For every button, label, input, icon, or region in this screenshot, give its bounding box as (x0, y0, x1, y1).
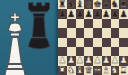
square-g4[interactable] (111, 38, 120, 47)
black-king[interactable]: ♚ (93, 0, 101, 9)
white-pawn[interactable]: ♟ (111, 56, 119, 65)
white-pawn[interactable]: ♟ (102, 56, 110, 65)
white-pawn[interactable]: ♟ (76, 56, 84, 65)
white-pawn[interactable]: ♟ (120, 56, 128, 65)
left-panel (0, 0, 58, 75)
square-f5[interactable] (102, 28, 111, 37)
square-f6[interactable] (102, 19, 111, 28)
square-d8[interactable]: ♛ (84, 0, 93, 9)
square-e6[interactable] (93, 19, 102, 28)
square-g1[interactable]: ♞ (111, 66, 120, 75)
square-e2[interactable]: ♟ (93, 56, 102, 65)
square-e1[interactable]: ♚ (93, 66, 102, 75)
square-f2[interactable]: ♟ (102, 56, 111, 65)
square-d2[interactable]: ♟ (84, 56, 93, 65)
black-rook[interactable]: ♜ (120, 0, 128, 9)
square-a6[interactable] (58, 19, 67, 28)
black-pawn[interactable]: ♟ (67, 10, 75, 19)
square-g5[interactable] (111, 28, 120, 37)
square-e7[interactable]: ♟ (93, 9, 102, 18)
square-a7[interactable]: ♟ (58, 9, 67, 18)
square-h2[interactable]: ♟ (119, 56, 128, 65)
square-a2[interactable]: ♟ (58, 56, 67, 65)
white-pawn[interactable]: ♟ (67, 56, 75, 65)
square-f3[interactable] (102, 47, 111, 56)
square-c6[interactable] (76, 19, 85, 28)
square-b2[interactable]: ♟ (67, 56, 76, 65)
square-e8[interactable]: ♚ (93, 0, 102, 9)
chess-board: ♜♞♝♛♚♝♞♜♟♟♟♟♟♟♟♟♟♟♟♟♟♟♟♟♜♞♝♛♚♝♞♜ (58, 0, 128, 75)
square-b4[interactable] (67, 38, 76, 47)
black-pawn[interactable]: ♟ (120, 10, 128, 19)
square-b7[interactable]: ♟ (67, 9, 76, 18)
square-c8[interactable]: ♝ (76, 0, 85, 9)
square-f7[interactable]: ♟ (102, 9, 111, 18)
black-pawn[interactable]: ♟ (85, 10, 93, 19)
square-a4[interactable] (58, 38, 67, 47)
square-d4[interactable] (84, 38, 93, 47)
square-e5[interactable] (93, 28, 102, 37)
square-a3[interactable] (58, 47, 67, 56)
black-knight[interactable]: ♞ (67, 0, 75, 9)
square-d7[interactable]: ♟ (84, 9, 93, 18)
chess-app-thumbnail: ♜♞♝♛♚♝♞♜♟♟♟♟♟♟♟♟♟♟♟♟♟♟♟♟♜♞♝♛♚♝♞♜ (0, 0, 128, 75)
square-b3[interactable] (67, 47, 76, 56)
square-g2[interactable]: ♟ (111, 56, 120, 65)
square-d5[interactable] (84, 28, 93, 37)
square-a8[interactable]: ♜ (58, 0, 67, 9)
square-a1[interactable]: ♜ (58, 66, 67, 75)
square-h7[interactable]: ♟ (119, 9, 128, 18)
square-d6[interactable] (84, 19, 93, 28)
square-c4[interactable] (76, 38, 85, 47)
black-queen[interactable]: ♛ (85, 0, 93, 9)
square-b1[interactable]: ♞ (67, 66, 76, 75)
square-c7[interactable]: ♟ (76, 9, 85, 18)
black-pawn[interactable]: ♟ (111, 10, 119, 19)
square-c3[interactable] (76, 47, 85, 56)
square-b5[interactable] (67, 28, 76, 37)
white-knight[interactable]: ♞ (111, 66, 119, 75)
black-bishop[interactable]: ♝ (76, 0, 84, 9)
white-rook[interactable]: ♜ (58, 66, 66, 75)
white-pawn[interactable]: ♟ (58, 56, 66, 65)
square-c5[interactable] (76, 28, 85, 37)
square-h8[interactable]: ♜ (119, 0, 128, 9)
square-e4[interactable] (93, 38, 102, 47)
white-knight[interactable]: ♞ (67, 66, 75, 75)
square-h6[interactable] (119, 19, 128, 28)
square-d3[interactable] (84, 47, 93, 56)
square-b6[interactable] (67, 19, 76, 28)
square-e3[interactable] (93, 47, 102, 56)
black-rook-icon (26, 2, 52, 52)
white-bishop[interactable]: ♝ (76, 66, 84, 75)
black-rook[interactable]: ♜ (58, 0, 66, 9)
square-h1[interactable]: ♜ (119, 66, 128, 75)
black-pawn[interactable]: ♟ (102, 10, 110, 19)
white-pawn[interactable]: ♟ (85, 56, 93, 65)
square-b8[interactable]: ♞ (67, 0, 76, 9)
square-h5[interactable] (119, 28, 128, 37)
white-pawn[interactable]: ♟ (93, 56, 101, 65)
square-d1[interactable]: ♛ (84, 66, 93, 75)
white-rook[interactable]: ♜ (120, 66, 128, 75)
square-f8[interactable]: ♝ (102, 0, 111, 9)
square-g7[interactable]: ♟ (111, 9, 120, 18)
black-bishop[interactable]: ♝ (102, 0, 110, 9)
black-pawn[interactable]: ♟ (93, 10, 101, 19)
square-h3[interactable] (119, 47, 128, 56)
black-knight[interactable]: ♞ (111, 0, 119, 9)
white-bishop[interactable]: ♝ (102, 66, 110, 75)
square-h4[interactable] (119, 38, 128, 47)
white-king[interactable]: ♚ (93, 66, 101, 75)
square-g3[interactable] (111, 47, 120, 56)
square-c2[interactable]: ♟ (76, 56, 85, 65)
white-queen[interactable]: ♛ (85, 66, 93, 75)
black-pawn[interactable]: ♟ (76, 10, 84, 19)
square-g6[interactable] (111, 19, 120, 28)
white-king-icon (1, 12, 29, 75)
square-f4[interactable] (102, 38, 111, 47)
square-f1[interactable]: ♝ (102, 66, 111, 75)
black-pawn[interactable]: ♟ (58, 10, 66, 19)
square-a5[interactable] (58, 28, 67, 37)
square-c1[interactable]: ♝ (76, 66, 85, 75)
square-g8[interactable]: ♞ (111, 0, 120, 9)
